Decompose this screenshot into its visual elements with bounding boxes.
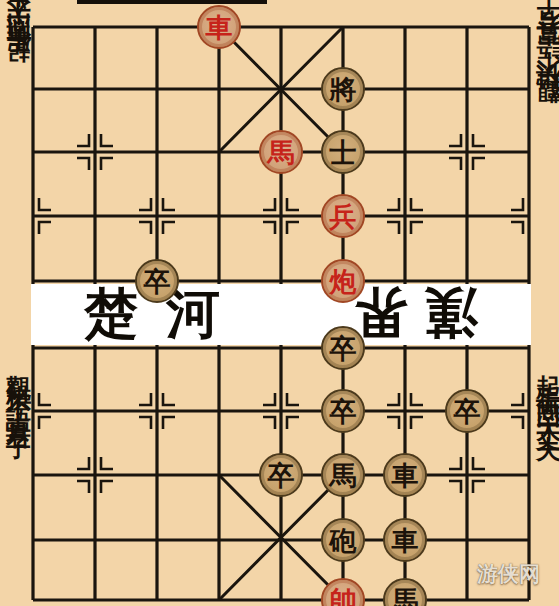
piece-black-卒[interactable]: 卒 [135,259,179,303]
piece-label: 卒 [454,398,481,425]
piece-red-車[interactable]: 車 [197,5,241,49]
xiangqi-game-screenshot: 楚河 漢界 起手無回大丈夫 觀棋不語真君子 觀棋不語真君子 起手無回大丈夫 車將… [0,0,559,606]
piece-black-車[interactable]: 車 [383,518,427,562]
piece-label: 卒 [268,462,295,489]
piece-red-帥[interactable]: 帥 [321,578,365,606]
piece-red-兵[interactable]: 兵 [321,194,365,238]
piece-label: 炮 [330,268,357,295]
piece-label: 車 [392,527,419,554]
piece-label: 帥 [330,587,357,606]
piece-label: 卒 [330,398,357,425]
piece-label: 馬 [268,139,295,166]
piece-black-卒[interactable]: 卒 [259,453,303,497]
piece-red-馬[interactable]: 馬 [259,130,303,174]
piece-label: 卒 [144,268,171,295]
piece-black-卒[interactable]: 卒 [321,389,365,433]
piece-black-車[interactable]: 車 [383,453,427,497]
pieces-layer: 車將馬士兵卒炮卒卒卒卒馬車砲車帥馬 [0,0,559,606]
piece-label: 馬 [330,462,357,489]
piece-label: 車 [392,462,419,489]
piece-label: 士 [330,139,357,166]
piece-red-炮[interactable]: 炮 [321,259,365,303]
piece-black-卒[interactable]: 卒 [445,389,489,433]
piece-black-士[interactable]: 士 [321,130,365,174]
piece-label: 將 [330,76,357,103]
piece-black-砲[interactable]: 砲 [321,518,365,562]
piece-label: 卒 [330,335,357,362]
piece-black-馬[interactable]: 馬 [383,578,427,606]
piece-label: 兵 [330,203,357,230]
watermark: 游侠网 [477,560,540,588]
piece-label: 砲 [330,527,357,554]
piece-black-將[interactable]: 將 [321,67,365,111]
piece-label: 車 [206,14,233,41]
piece-black-馬[interactable]: 馬 [321,453,365,497]
piece-label: 馬 [392,587,419,606]
piece-black-卒[interactable]: 卒 [321,326,365,370]
